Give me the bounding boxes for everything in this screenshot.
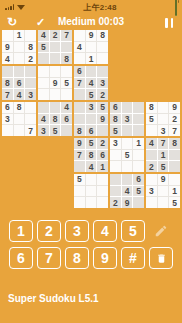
box-0-0: 19842 — [2, 30, 36, 64]
status-bar: 上午2:48 — [0, 0, 182, 14]
cell-r3c4[interactable] — [50, 66, 61, 77]
cell-r14c11[interactable] — [133, 197, 144, 208]
status-time: 上午2:48 — [83, 2, 116, 13]
cell-r3c7[interactable] — [86, 66, 97, 77]
box-2-1: 448635 — [38, 102, 72, 136]
void-region — [38, 174, 72, 208]
number-pad: 123456789# — [9, 220, 173, 269]
cell-r1c3[interactable]: 5 — [38, 42, 49, 53]
cell-r11c7[interactable]: 4 — [86, 161, 97, 172]
cell-r0c2[interactable] — [25, 30, 36, 41]
cell-r10c14[interactable] — [169, 150, 180, 161]
cell-r8c12[interactable] — [146, 125, 157, 136]
numpad-button-9[interactable]: 9 — [93, 247, 117, 269]
difficulty-timer-title: Medium 00:03 — [0, 16, 182, 27]
cell-r6c0[interactable]: 6 — [2, 102, 13, 113]
cell-r6c2[interactable] — [25, 102, 36, 113]
cell-r1c2[interactable]: 8 — [25, 42, 36, 53]
cell-r12c6[interactable]: 5 — [74, 174, 85, 185]
pause-icon — [165, 18, 168, 28]
void-region — [110, 66, 144, 100]
cell-r3c1[interactable] — [14, 66, 25, 77]
cell-r13c11[interactable]: 5 — [133, 186, 144, 197]
cell-r3c3[interactable] — [38, 66, 49, 77]
cell-r14c7[interactable] — [86, 197, 97, 208]
box-1-2: 674352 — [74, 66, 108, 100]
cell-r7c6[interactable] — [74, 114, 85, 125]
trash-icon — [156, 253, 167, 264]
numpad-button-2[interactable]: 2 — [37, 220, 61, 242]
cell-r4c2[interactable] — [25, 78, 36, 89]
cell-r6c8[interactable]: 5 — [97, 102, 108, 113]
cell-r12c10[interactable] — [122, 174, 133, 185]
cell-r2c4[interactable] — [50, 53, 61, 64]
cell-r6c5[interactable]: 4 — [61, 102, 72, 113]
box-4-2: 5 — [74, 174, 108, 208]
cell-r8c2[interactable]: 7 — [25, 125, 36, 136]
box-2-2: 35986 — [74, 102, 108, 136]
void-region — [2, 138, 36, 172]
numpad-button-7[interactable]: 7 — [37, 247, 61, 269]
cell-r12c14[interactable] — [169, 174, 180, 185]
cell-r5c5[interactable] — [61, 89, 72, 100]
box-3-2: 95278641 — [74, 138, 108, 172]
box-2-4: 895237 — [146, 102, 180, 136]
cell-r11c9[interactable] — [110, 161, 121, 172]
cell-r10c10[interactable]: 5 — [122, 150, 133, 161]
cell-r0c8[interactable]: 8 — [97, 30, 108, 41]
numpad-button-8[interactable]: 8 — [65, 247, 89, 269]
cell-r7c8[interactable]: 9 — [97, 114, 108, 125]
cell-r1c6[interactable]: 4 — [74, 42, 85, 53]
box-2-3: 6835 — [110, 102, 144, 136]
numpad-button-4[interactable]: 4 — [93, 220, 117, 242]
cell-r5c4[interactable] — [50, 89, 61, 100]
box-3-3: 315 — [110, 138, 144, 172]
box-1-1: 95 — [38, 66, 72, 100]
pause-icon — [171, 18, 174, 28]
cell-r11c10[interactable] — [122, 161, 133, 172]
cell-r7c0[interactable]: 3 — [2, 114, 13, 125]
cell-r5c6[interactable] — [74, 89, 85, 100]
void-region — [146, 30, 180, 64]
cell-r7c9[interactable]: 8 — [110, 114, 121, 125]
cell-r6c12[interactable]: 8 — [146, 102, 157, 113]
cell-r3c6[interactable]: 6 — [74, 66, 85, 77]
cell-r1c5[interactable] — [61, 42, 72, 53]
cell-r10c6[interactable]: 7 — [74, 150, 85, 161]
cell-r2c6[interactable] — [74, 53, 85, 64]
cellular-signal-icon — [5, 4, 14, 10]
cell-r5c8[interactable]: 2 — [97, 89, 108, 100]
cell-r6c9[interactable]: 6 — [110, 102, 121, 113]
cell-r7c5[interactable]: 6 — [61, 114, 72, 125]
cell-r8c13[interactable]: 3 — [158, 125, 169, 136]
cell-r7c11[interactable] — [133, 114, 144, 125]
cell-r12c7[interactable] — [86, 174, 97, 185]
cell-r0c1[interactable]: 1 — [14, 30, 25, 41]
cell-r4c6[interactable]: 7 — [74, 78, 85, 89]
cell-r6c4[interactable] — [50, 102, 61, 113]
cell-r8c11[interactable] — [133, 125, 144, 136]
cell-r12c12[interactable] — [146, 174, 157, 185]
cell-r8c4[interactable]: 5 — [50, 125, 61, 136]
cell-r1c1[interactable] — [14, 42, 25, 53]
cell-r10c7[interactable]: 8 — [86, 150, 97, 161]
cell-r7c4[interactable]: 8 — [50, 114, 61, 125]
void-region — [38, 138, 72, 172]
cell-r0c6[interactable] — [74, 30, 85, 41]
cell-r4c7[interactable]: 4 — [86, 78, 97, 89]
cell-r6c7[interactable]: 3 — [86, 102, 97, 113]
cell-r2c3[interactable] — [38, 53, 49, 64]
cell-r9c9[interactable]: 3 — [110, 138, 121, 149]
toolbar: ↻ ✓ Medium 00:03 — [0, 14, 182, 31]
cell-r9c11[interactable]: 1 — [133, 138, 144, 149]
cell-r5c7[interactable]: 5 — [86, 89, 97, 100]
cell-r8c0[interactable] — [2, 125, 13, 136]
cell-r7c14[interactable]: 2 — [169, 114, 180, 125]
box-1-0: 86743 — [2, 66, 36, 100]
cell-r8c5[interactable] — [61, 125, 72, 136]
cell-r14c12[interactable] — [146, 197, 157, 208]
cell-r9c10[interactable] — [122, 138, 133, 149]
cell-r2c7[interactable]: 1 — [86, 53, 97, 64]
cell-r5c2[interactable]: 3 — [25, 89, 36, 100]
cell-r9c13[interactable]: 7 — [158, 138, 169, 149]
cell-r11c11[interactable] — [133, 161, 144, 172]
box-4-4: 9315 — [146, 174, 180, 208]
cell-r13c12[interactable]: 3 — [146, 186, 157, 197]
void-region — [146, 66, 180, 100]
cell-r7c7[interactable] — [86, 114, 97, 125]
box-4-3: 64529 — [110, 174, 144, 208]
cell-r7c3[interactable]: 4 — [38, 114, 49, 125]
cell-r0c4[interactable]: 2 — [50, 30, 61, 41]
cell-r8c9[interactable]: 5 — [110, 125, 121, 136]
void-region — [2, 174, 36, 208]
cell-r6c13[interactable] — [158, 102, 169, 113]
cell-r9c8[interactable]: 2 — [97, 138, 108, 149]
cell-r11c6[interactable] — [74, 161, 85, 172]
cell-r10c13[interactable]: 1 — [158, 150, 169, 161]
numpad-button-1[interactable]: 1 — [9, 220, 33, 242]
cell-r12c9[interactable] — [110, 174, 121, 185]
cell-r8c8[interactable] — [97, 125, 108, 136]
cell-r4c0[interactable]: 8 — [2, 78, 13, 89]
cell-r13c14[interactable]: 1 — [169, 186, 180, 197]
box-2-0: 6837 — [2, 102, 36, 136]
cell-r14c13[interactable] — [158, 197, 169, 208]
cell-r0c3[interactable]: 4 — [38, 30, 49, 41]
cell-r3c8[interactable] — [97, 66, 108, 77]
cell-r6c3[interactable] — [38, 102, 49, 113]
cell-r14c6[interactable] — [74, 197, 85, 208]
cell-r6c14[interactable]: 9 — [169, 102, 180, 113]
numpad-button-hash[interactable]: # — [121, 247, 145, 269]
trash-button[interactable] — [149, 247, 173, 269]
cell-r11c12[interactable]: 2 — [146, 161, 157, 172]
cell-r8c10[interactable] — [122, 125, 133, 136]
cell-r8c3[interactable]: 3 — [38, 125, 49, 136]
cell-r10c11[interactable] — [133, 150, 144, 161]
cell-r7c12[interactable]: 5 — [146, 114, 157, 125]
cell-r7c13[interactable] — [158, 114, 169, 125]
cell-r2c5[interactable]: 8 — [61, 53, 72, 64]
cell-r4c3[interactable] — [38, 78, 49, 89]
pencil-icon — [154, 224, 168, 238]
cell-r5c1[interactable]: 4 — [14, 89, 25, 100]
void-region — [110, 30, 144, 64]
cell-r9c6[interactable]: 9 — [74, 138, 85, 149]
status-left-icons — [5, 4, 25, 10]
cell-r4c4[interactable]: 9 — [50, 78, 61, 89]
pause-button[interactable] — [165, 18, 173, 28]
cell-r8c1[interactable] — [14, 125, 25, 136]
cell-r13c8[interactable] — [97, 186, 108, 197]
cell-r9c7[interactable]: 5 — [86, 138, 97, 149]
cell-r13c9[interactable] — [110, 186, 121, 197]
cell-r1c0[interactable]: 9 — [2, 42, 13, 53]
cell-r4c5[interactable]: 5 — [61, 78, 72, 89]
cell-r12c11[interactable]: 6 — [133, 174, 144, 185]
cell-r3c0[interactable] — [2, 66, 13, 77]
cell-r6c11[interactable] — [133, 102, 144, 113]
wifi-icon — [17, 4, 25, 10]
cell-r13c7[interactable] — [86, 186, 97, 197]
box-0-1: 42758 — [38, 30, 72, 64]
cell-r8c7[interactable]: 6 — [86, 125, 97, 136]
pencil-button[interactable] — [149, 220, 173, 242]
cell-r13c13[interactable] — [158, 186, 169, 197]
cell-r7c10[interactable]: 3 — [122, 114, 133, 125]
cell-r0c7[interactable]: 9 — [86, 30, 97, 41]
box-3-4: 478125 — [146, 138, 180, 172]
cell-r8c6[interactable]: 8 — [74, 125, 85, 136]
cell-r6c1[interactable]: 8 — [14, 102, 25, 113]
cell-r4c1[interactable]: 6 — [14, 78, 25, 89]
cell-r4c8[interactable]: 3 — [97, 78, 108, 89]
cell-r5c0[interactable]: 7 — [2, 89, 13, 100]
cell-r14c10[interactable]: 9 — [122, 197, 133, 208]
cell-r13c10[interactable]: 4 — [122, 186, 133, 197]
cell-r5c3[interactable] — [38, 89, 49, 100]
cell-r14c9[interactable]: 2 — [110, 197, 121, 208]
cell-r13c6[interactable] — [74, 186, 85, 197]
cell-r1c7[interactable] — [86, 42, 97, 53]
numpad-button-5[interactable]: 5 — [121, 220, 145, 242]
cell-r8c14[interactable]: 7 — [169, 125, 180, 136]
cell-r10c12[interactable] — [146, 150, 157, 161]
numpad-button-3[interactable]: 3 — [65, 220, 89, 242]
cell-r2c0[interactable]: 4 — [2, 53, 13, 64]
cell-r0c5[interactable]: 7 — [61, 30, 72, 41]
cell-r3c5[interactable] — [61, 66, 72, 77]
cell-r14c8[interactable] — [97, 197, 108, 208]
sudoku-board: 1984242758984186743956743526837448635359… — [2, 30, 180, 208]
cell-r6c10[interactable] — [122, 102, 133, 113]
cell-r10c9[interactable] — [110, 150, 121, 161]
cell-r12c8[interactable] — [97, 174, 108, 185]
cell-r11c13[interactable]: 5 — [158, 161, 169, 172]
cell-r9c14[interactable]: 8 — [169, 138, 180, 149]
cell-r6c6[interactable] — [74, 102, 85, 113]
cell-r14c14[interactable]: 5 — [169, 197, 180, 208]
cell-r1c8[interactable] — [97, 42, 108, 53]
box-0-2: 9841 — [74, 30, 108, 64]
cell-r2c1[interactable] — [14, 53, 25, 64]
cell-r7c2[interactable] — [25, 114, 36, 125]
cell-r10c8[interactable]: 6 — [97, 150, 108, 161]
app-screen: 上午2:48 ↻ ✓ Medium 00:03 1984242758984186… — [0, 0, 182, 323]
cell-r3c2[interactable] — [25, 66, 36, 77]
cell-r0c0[interactable] — [2, 30, 13, 41]
cell-r9c12[interactable]: 4 — [146, 138, 157, 149]
cell-r2c8[interactable] — [97, 53, 108, 64]
cell-r2c2[interactable]: 2 — [25, 53, 36, 64]
cell-r11c14[interactable] — [169, 161, 180, 172]
app-title-label: Super Sudoku L5.1 — [8, 293, 99, 304]
numpad-button-6[interactable]: 6 — [9, 247, 33, 269]
cell-r7c1[interactable] — [14, 114, 25, 125]
cell-r11c8[interactable]: 1 — [97, 161, 108, 172]
cell-r1c4[interactable] — [50, 42, 61, 53]
cell-r12c13[interactable]: 9 — [158, 174, 169, 185]
